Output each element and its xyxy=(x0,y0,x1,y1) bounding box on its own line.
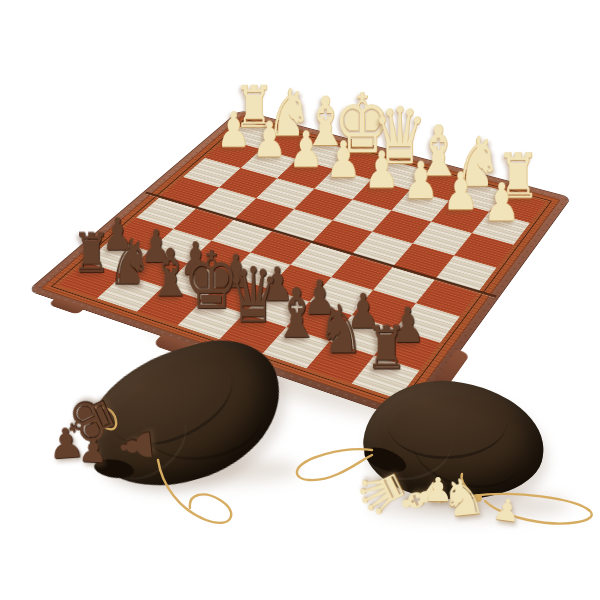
product-photo-chess-set: ♜♞♝♛♚♝♞♜♟♟♟♟♟♟♟♟♟♟♟♟♟♟♟♟♜♞♝♛♚♝♞♜ ♚♟♟♟♛♝♞… xyxy=(0,0,600,600)
dark-pawn-spare: ♟ xyxy=(46,422,86,465)
board-squares xyxy=(58,122,546,399)
right-pouch xyxy=(357,371,550,510)
